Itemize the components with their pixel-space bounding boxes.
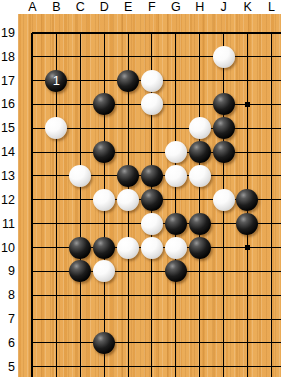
intersection-D17[interactable] xyxy=(92,69,116,93)
intersection-E13[interactable] xyxy=(116,164,140,188)
black-stone xyxy=(93,141,115,163)
intersection-B5[interactable] xyxy=(44,355,68,377)
intersection-A16[interactable] xyxy=(21,93,45,117)
intersection-D5[interactable] xyxy=(92,355,116,377)
intersection-H6[interactable] xyxy=(188,331,212,355)
black-stone xyxy=(165,213,187,235)
intersection-H19[interactable] xyxy=(188,21,212,45)
intersection-K13[interactable] xyxy=(236,164,260,188)
black-stone: 1 xyxy=(45,70,67,92)
intersection-L11[interactable] xyxy=(259,212,281,236)
white-stone xyxy=(93,260,115,282)
intersection-E14[interactable] xyxy=(116,140,140,164)
intersection-E8[interactable] xyxy=(116,283,140,307)
row-label-18: 18 xyxy=(0,49,15,65)
intersection-J7[interactable] xyxy=(212,307,236,331)
go-board-diagram: ABCDEFGHJKL 1918171615141312111098765 1 xyxy=(0,0,281,377)
intersection-H14[interactable] xyxy=(188,140,212,164)
column-label-B: B xyxy=(52,0,60,14)
intersection-H12[interactable] xyxy=(188,188,212,212)
intersection-K5[interactable] xyxy=(236,355,260,377)
white-stone xyxy=(117,189,139,211)
intersection-B19[interactable] xyxy=(44,21,68,45)
intersection-F9[interactable] xyxy=(140,259,164,283)
white-stone xyxy=(69,165,91,187)
black-stone xyxy=(236,213,258,235)
intersection-E10[interactable] xyxy=(116,236,140,260)
intersection-K7[interactable] xyxy=(236,307,260,331)
column-label-A: A xyxy=(28,0,36,14)
intersection-G14[interactable] xyxy=(164,140,188,164)
board-grid: 1 xyxy=(21,21,282,377)
black-stone xyxy=(93,93,115,115)
intersection-A6[interactable] xyxy=(21,331,45,355)
intersection-E16[interactable] xyxy=(116,93,140,117)
intersection-L8[interactable] xyxy=(259,283,281,307)
intersection-F15[interactable] xyxy=(140,116,164,140)
intersection-J15[interactable] xyxy=(212,116,236,140)
white-stone xyxy=(165,141,187,163)
intersection-A7[interactable] xyxy=(21,307,45,331)
intersection-E9[interactable] xyxy=(116,259,140,283)
row-label-10: 10 xyxy=(0,240,15,256)
intersection-F18[interactable] xyxy=(140,45,164,69)
intersection-G9[interactable] xyxy=(164,259,188,283)
intersection-A8[interactable] xyxy=(21,283,45,307)
black-stone xyxy=(141,165,163,187)
black-stone xyxy=(117,70,139,92)
intersection-K17[interactable] xyxy=(236,69,260,93)
intersection-E6[interactable] xyxy=(116,331,140,355)
intersection-E15[interactable] xyxy=(116,116,140,140)
intersection-K8[interactable] xyxy=(236,283,260,307)
intersection-G15[interactable] xyxy=(164,116,188,140)
row-label-15: 15 xyxy=(0,120,15,136)
intersection-L19[interactable] xyxy=(259,21,281,45)
intersection-H13[interactable] xyxy=(188,164,212,188)
intersection-J6[interactable] xyxy=(212,331,236,355)
intersection-L16[interactable] xyxy=(259,93,281,117)
intersection-J16[interactable] xyxy=(212,93,236,117)
intersection-B13[interactable] xyxy=(44,164,68,188)
black-stone xyxy=(213,141,235,163)
intersection-J19[interactable] xyxy=(212,21,236,45)
white-stone xyxy=(165,165,187,187)
black-stone xyxy=(141,189,163,211)
intersection-D13[interactable] xyxy=(92,164,116,188)
intersection-B14[interactable] xyxy=(44,140,68,164)
row-label-17: 17 xyxy=(0,73,15,89)
row-label-13: 13 xyxy=(0,168,15,184)
intersection-G16[interactable] xyxy=(164,93,188,117)
intersection-C17[interactable] xyxy=(68,69,92,93)
intersection-H17[interactable] xyxy=(188,69,212,93)
intersection-F12[interactable] xyxy=(140,188,164,212)
white-stone xyxy=(45,117,67,139)
black-stone xyxy=(93,332,115,354)
intersection-K11[interactable] xyxy=(236,212,260,236)
column-label-K: K xyxy=(243,0,251,14)
column-label-G: G xyxy=(171,0,181,14)
intersection-J18[interactable] xyxy=(212,45,236,69)
intersection-K9[interactable] xyxy=(236,259,260,283)
intersection-F13[interactable] xyxy=(140,164,164,188)
intersection-L15[interactable] xyxy=(259,116,281,140)
column-label-J: J xyxy=(221,0,227,14)
black-stone xyxy=(189,141,211,163)
white-stone xyxy=(189,117,211,139)
row-label-19: 19 xyxy=(0,25,15,41)
intersection-F10[interactable] xyxy=(140,236,164,260)
intersection-C19[interactable] xyxy=(68,21,92,45)
white-stone xyxy=(213,46,235,68)
intersection-G13[interactable] xyxy=(164,164,188,188)
intersection-C10[interactable] xyxy=(68,236,92,260)
intersection-E18[interactable] xyxy=(116,45,140,69)
black-stone xyxy=(189,213,211,235)
row-label-14: 14 xyxy=(0,144,15,160)
intersection-F19[interactable] xyxy=(140,21,164,45)
column-label-L: L xyxy=(268,0,275,14)
intersection-C9[interactable] xyxy=(68,259,92,283)
intersection-B6[interactable] xyxy=(44,331,68,355)
black-stone xyxy=(189,237,211,259)
column-label-C: C xyxy=(76,0,85,14)
intersection-J13[interactable] xyxy=(212,164,236,188)
white-stone xyxy=(213,189,235,211)
intersection-L18[interactable] xyxy=(259,45,281,69)
intersection-D16[interactable] xyxy=(92,93,116,117)
intersection-F7[interactable] xyxy=(140,307,164,331)
intersection-A19[interactable] xyxy=(21,21,45,45)
intersection-F17[interactable] xyxy=(140,69,164,93)
black-stone xyxy=(69,260,91,282)
column-label-E: E xyxy=(124,0,132,14)
intersection-K19[interactable] xyxy=(236,21,260,45)
black-stone xyxy=(117,165,139,187)
intersection-C16[interactable] xyxy=(68,93,92,117)
intersection-B10[interactable] xyxy=(44,236,68,260)
white-stone xyxy=(141,213,163,235)
row-label-6: 6 xyxy=(0,335,15,351)
intersection-L10[interactable] xyxy=(259,236,281,260)
intersection-J12[interactable] xyxy=(212,188,236,212)
intersection-J17[interactable] xyxy=(212,69,236,93)
intersection-D6[interactable] xyxy=(92,331,116,355)
intersection-D14[interactable] xyxy=(92,140,116,164)
intersection-C14[interactable] xyxy=(68,140,92,164)
intersection-K18[interactable] xyxy=(236,45,260,69)
column-label-F: F xyxy=(148,0,156,14)
intersection-H16[interactable] xyxy=(188,93,212,117)
intersection-E7[interactable] xyxy=(116,307,140,331)
intersection-G8[interactable] xyxy=(164,283,188,307)
intersection-L5[interactable] xyxy=(259,355,281,377)
black-stone xyxy=(93,237,115,259)
intersection-H5[interactable] xyxy=(188,355,212,377)
intersection-K12[interactable] xyxy=(236,188,260,212)
intersection-G10[interactable] xyxy=(164,236,188,260)
intersection-J11[interactable] xyxy=(212,212,236,236)
intersection-A13[interactable] xyxy=(21,164,45,188)
intersection-L6[interactable] xyxy=(259,331,281,355)
intersection-G18[interactable] xyxy=(164,45,188,69)
intersection-K6[interactable] xyxy=(236,331,260,355)
intersection-D10[interactable] xyxy=(92,236,116,260)
intersection-A17[interactable] xyxy=(21,69,45,93)
intersection-L17[interactable] xyxy=(259,69,281,93)
intersection-C11[interactable] xyxy=(68,212,92,236)
intersection-F16[interactable] xyxy=(140,93,164,117)
intersection-D8[interactable] xyxy=(92,283,116,307)
intersection-D12[interactable] xyxy=(92,188,116,212)
intersection-L14[interactable] xyxy=(259,140,281,164)
row-label-7: 7 xyxy=(0,311,15,327)
intersection-E19[interactable] xyxy=(116,21,140,45)
intersection-G19[interactable] xyxy=(164,21,188,45)
intersection-J8[interactable] xyxy=(212,283,236,307)
row-label-5: 5 xyxy=(0,359,15,375)
intersection-G5[interactable] xyxy=(164,355,188,377)
white-stone xyxy=(93,189,115,211)
intersection-B15[interactable] xyxy=(44,116,68,140)
white-stone xyxy=(189,165,211,187)
black-stone xyxy=(213,93,235,115)
intersection-B18[interactable] xyxy=(44,45,68,69)
white-stone xyxy=(165,237,187,259)
star-point-K10 xyxy=(245,245,250,250)
intersection-C6[interactable] xyxy=(68,331,92,355)
intersection-C8[interactable] xyxy=(68,283,92,307)
intersection-E5[interactable] xyxy=(116,355,140,377)
intersection-A14[interactable] xyxy=(21,140,45,164)
intersection-E11[interactable] xyxy=(116,212,140,236)
intersection-F6[interactable] xyxy=(140,331,164,355)
intersection-K10[interactable] xyxy=(236,236,260,260)
intersection-K14[interactable] xyxy=(236,140,260,164)
intersection-F8[interactable] xyxy=(140,283,164,307)
intersection-D9[interactable] xyxy=(92,259,116,283)
black-stone xyxy=(69,237,91,259)
intersection-A18[interactable] xyxy=(21,45,45,69)
intersection-F5[interactable] xyxy=(140,355,164,377)
intersection-E12[interactable] xyxy=(116,188,140,212)
black-stone xyxy=(165,260,187,282)
white-stone xyxy=(141,70,163,92)
intersection-B12[interactable] xyxy=(44,188,68,212)
intersection-C7[interactable] xyxy=(68,307,92,331)
intersection-D15[interactable] xyxy=(92,116,116,140)
black-stone xyxy=(236,189,258,211)
intersection-L9[interactable] xyxy=(259,259,281,283)
intersection-A15[interactable] xyxy=(21,116,45,140)
intersection-A5[interactable] xyxy=(21,355,45,377)
row-label-16: 16 xyxy=(0,96,15,112)
intersection-H18[interactable] xyxy=(188,45,212,69)
intersection-C5[interactable] xyxy=(68,355,92,377)
intersection-C13[interactable] xyxy=(68,164,92,188)
intersection-G7[interactable] xyxy=(164,307,188,331)
intersection-H15[interactable] xyxy=(188,116,212,140)
intersection-E17[interactable] xyxy=(116,69,140,93)
star-point-K16 xyxy=(245,102,250,107)
intersection-K15[interactable] xyxy=(236,116,260,140)
intersection-A9[interactable] xyxy=(21,259,45,283)
intersection-J5[interactable] xyxy=(212,355,236,377)
row-label-8: 8 xyxy=(0,287,15,303)
intersection-L13[interactable] xyxy=(259,164,281,188)
intersection-J9[interactable] xyxy=(212,259,236,283)
intersection-F14[interactable] xyxy=(140,140,164,164)
intersection-L7[interactable] xyxy=(259,307,281,331)
intersection-D19[interactable] xyxy=(92,21,116,45)
intersection-F11[interactable] xyxy=(140,212,164,236)
column-label-D: D xyxy=(100,0,109,14)
intersection-B11[interactable] xyxy=(44,212,68,236)
row-label-9: 9 xyxy=(0,263,15,279)
intersection-D11[interactable] xyxy=(92,212,116,236)
intersection-J10[interactable] xyxy=(212,236,236,260)
intersection-G6[interactable] xyxy=(164,331,188,355)
intersection-J14[interactable] xyxy=(212,140,236,164)
black-stone xyxy=(213,117,235,139)
intersection-B16[interactable] xyxy=(44,93,68,117)
row-label-12: 12 xyxy=(0,192,15,208)
intersection-B7[interactable] xyxy=(44,307,68,331)
intersection-A11[interactable] xyxy=(21,212,45,236)
intersection-H10[interactable] xyxy=(188,236,212,260)
intersection-H9[interactable] xyxy=(188,259,212,283)
white-stone xyxy=(117,237,139,259)
intersection-C12[interactable] xyxy=(68,188,92,212)
intersection-H7[interactable] xyxy=(188,307,212,331)
intersection-G12[interactable] xyxy=(164,188,188,212)
row-label-11: 11 xyxy=(0,216,15,232)
intersection-B17[interactable]: 1 xyxy=(44,69,68,93)
intersection-G17[interactable] xyxy=(164,69,188,93)
column-label-H: H xyxy=(195,0,204,14)
intersection-D18[interactable] xyxy=(92,45,116,69)
intersection-C18[interactable] xyxy=(68,45,92,69)
intersection-B8[interactable] xyxy=(44,283,68,307)
white-stone xyxy=(141,93,163,115)
intersection-D7[interactable] xyxy=(92,307,116,331)
intersection-A10[interactable] xyxy=(21,236,45,260)
intersection-K16[interactable] xyxy=(236,93,260,117)
intersection-L12[interactable] xyxy=(259,188,281,212)
intersection-H11[interactable] xyxy=(188,212,212,236)
white-stone xyxy=(141,237,163,259)
intersection-A12[interactable] xyxy=(21,188,45,212)
intersection-G11[interactable] xyxy=(164,212,188,236)
intersection-B9[interactable] xyxy=(44,259,68,283)
intersection-H8[interactable] xyxy=(188,283,212,307)
move-number-label: 1 xyxy=(53,74,60,87)
intersection-C15[interactable] xyxy=(68,116,92,140)
